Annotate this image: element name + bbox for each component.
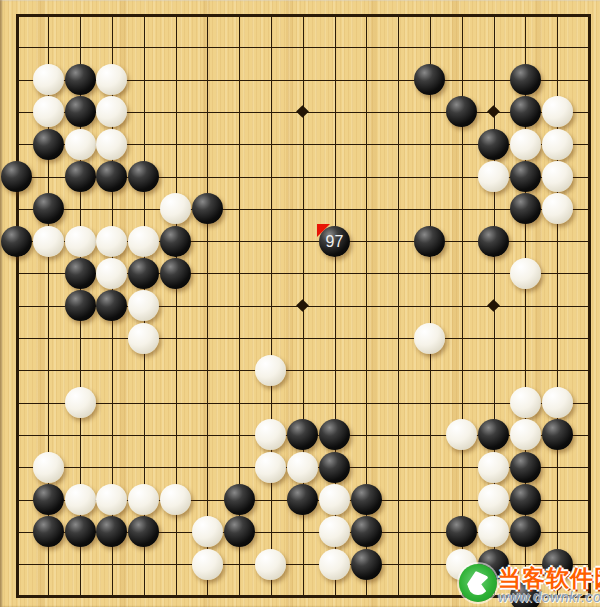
white-stone bbox=[192, 516, 223, 547]
watermark-logo-swoosh-icon bbox=[467, 571, 489, 595]
white-stone bbox=[128, 323, 159, 354]
grid-line-h bbox=[16, 370, 591, 371]
white-stone bbox=[510, 129, 541, 160]
white-stone bbox=[96, 258, 127, 289]
black-stone bbox=[351, 516, 382, 547]
white-stone bbox=[319, 516, 350, 547]
grid-line-v bbox=[588, 14, 591, 598]
black-stone bbox=[224, 484, 255, 515]
white-stone bbox=[478, 516, 509, 547]
black-stone bbox=[319, 452, 350, 483]
screenshot-frame: 97 当客软件园 www.downkr.com bbox=[0, 0, 600, 607]
white-stone bbox=[478, 452, 509, 483]
black-stone bbox=[65, 96, 96, 127]
last-move-stone: 97 bbox=[319, 226, 350, 257]
black-stone bbox=[96, 161, 127, 192]
black-stone bbox=[65, 258, 96, 289]
white-stone bbox=[287, 452, 318, 483]
star-point bbox=[487, 299, 500, 312]
watermark-site-url: www.downkr.com bbox=[498, 589, 600, 605]
black-stone bbox=[1, 161, 32, 192]
white-stone bbox=[414, 323, 445, 354]
black-stone bbox=[33, 193, 64, 224]
white-stone bbox=[96, 64, 127, 95]
white-stone bbox=[319, 549, 350, 580]
site-watermark: 当客软件园 www.downkr.com bbox=[456, 561, 600, 607]
white-stone bbox=[33, 96, 64, 127]
white-stone bbox=[510, 419, 541, 450]
black-stone bbox=[160, 258, 191, 289]
move-number-label: 97 bbox=[319, 226, 350, 257]
white-stone bbox=[192, 549, 223, 580]
grid-line-h bbox=[16, 338, 591, 339]
star-point bbox=[296, 299, 309, 312]
black-stone bbox=[224, 516, 255, 547]
white-stone bbox=[542, 129, 573, 160]
black-stone bbox=[319, 419, 350, 450]
white-stone bbox=[446, 419, 477, 450]
watermark-logo-icon bbox=[459, 564, 497, 602]
white-stone bbox=[478, 161, 509, 192]
black-stone bbox=[128, 516, 159, 547]
white-stone bbox=[96, 226, 127, 257]
black-stone bbox=[65, 64, 96, 95]
black-stone bbox=[96, 516, 127, 547]
black-stone bbox=[351, 549, 382, 580]
white-stone bbox=[255, 549, 286, 580]
black-stone bbox=[33, 129, 64, 160]
go-board[interactable]: 97 bbox=[0, 0, 600, 607]
black-stone bbox=[510, 161, 541, 192]
white-stone bbox=[96, 484, 127, 515]
white-stone bbox=[510, 387, 541, 418]
black-stone bbox=[287, 484, 318, 515]
black-stone bbox=[33, 484, 64, 515]
black-stone bbox=[1, 226, 32, 257]
black-stone bbox=[510, 516, 541, 547]
grid-line-h bbox=[16, 403, 591, 404]
white-stone bbox=[319, 484, 350, 515]
white-stone bbox=[542, 387, 573, 418]
white-stone bbox=[128, 484, 159, 515]
white-stone bbox=[33, 452, 64, 483]
black-stone bbox=[65, 161, 96, 192]
white-stone bbox=[255, 419, 286, 450]
black-stone bbox=[542, 419, 573, 450]
black-stone bbox=[65, 516, 96, 547]
grid-line-v bbox=[398, 14, 399, 598]
white-stone bbox=[160, 193, 191, 224]
white-stone bbox=[65, 226, 96, 257]
black-stone bbox=[33, 516, 64, 547]
black-stone bbox=[414, 64, 445, 95]
black-stone bbox=[160, 226, 191, 257]
white-stone bbox=[33, 226, 64, 257]
black-stone bbox=[446, 516, 477, 547]
white-stone bbox=[542, 193, 573, 224]
star-point bbox=[296, 106, 309, 119]
star-point bbox=[487, 106, 500, 119]
white-stone bbox=[65, 484, 96, 515]
white-stone bbox=[255, 355, 286, 386]
white-stone bbox=[160, 484, 191, 515]
white-stone bbox=[65, 387, 96, 418]
white-stone bbox=[542, 161, 573, 192]
black-stone bbox=[128, 258, 159, 289]
black-stone bbox=[128, 161, 159, 192]
black-stone bbox=[510, 96, 541, 127]
white-stone bbox=[478, 484, 509, 515]
black-stone bbox=[478, 226, 509, 257]
black-stone bbox=[414, 226, 445, 257]
white-stone bbox=[96, 96, 127, 127]
black-stone bbox=[510, 193, 541, 224]
black-stone bbox=[287, 419, 318, 450]
white-stone bbox=[255, 452, 286, 483]
white-stone bbox=[128, 226, 159, 257]
black-stone bbox=[351, 484, 382, 515]
black-stone bbox=[96, 290, 127, 321]
white-stone bbox=[65, 129, 96, 160]
black-stone bbox=[192, 193, 223, 224]
white-stone bbox=[96, 129, 127, 160]
grid-line-v bbox=[430, 14, 431, 598]
black-stone bbox=[478, 129, 509, 160]
black-stone bbox=[478, 419, 509, 450]
white-stone bbox=[510, 258, 541, 289]
black-stone bbox=[65, 290, 96, 321]
black-stone bbox=[510, 484, 541, 515]
white-stone bbox=[33, 64, 64, 95]
black-stone bbox=[510, 64, 541, 95]
white-stone bbox=[128, 290, 159, 321]
white-stone bbox=[542, 96, 573, 127]
black-stone bbox=[510, 452, 541, 483]
black-stone bbox=[446, 96, 477, 127]
